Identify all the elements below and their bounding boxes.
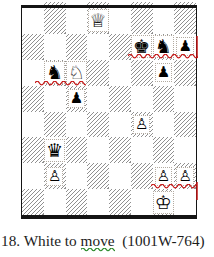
square-a5 xyxy=(22,86,44,112)
square-f2 xyxy=(131,163,153,189)
piece-white-queen: ♕ xyxy=(88,9,109,32)
square-g6: ♟ xyxy=(153,60,175,86)
square-f1 xyxy=(131,189,153,215)
square-e7 xyxy=(109,34,131,60)
piece-white-knight: ♘ xyxy=(66,61,87,84)
square-c4 xyxy=(66,112,88,138)
square-d5 xyxy=(87,86,109,112)
chess-diagram: ♕♚♞♟♞♘♟♟♙♛♙♙♙♔ 18. White to move (1001W-… xyxy=(0,0,214,257)
red-mark xyxy=(196,182,198,200)
square-c1 xyxy=(66,189,88,215)
square-c5: ♟ xyxy=(66,86,88,112)
square-d7 xyxy=(87,34,109,60)
square-e5 xyxy=(109,86,131,112)
chess-board: ♕♚♞♟♞♘♟♟♙♛♙♙♙♔ xyxy=(21,5,197,219)
square-b7 xyxy=(44,34,66,60)
square-c3 xyxy=(66,137,88,163)
square-d6 xyxy=(87,60,109,86)
square-b3: ♛ xyxy=(44,137,66,163)
square-g2: ♙ xyxy=(153,163,175,189)
square-a6 xyxy=(22,60,44,86)
square-d8: ♕ xyxy=(87,8,109,34)
square-f6 xyxy=(131,60,153,86)
piece-black-knight: ♞ xyxy=(153,35,174,58)
square-e4 xyxy=(109,112,131,138)
square-e1 xyxy=(109,189,131,215)
piece-black-knight: ♞ xyxy=(44,61,65,84)
square-d1 xyxy=(87,189,109,215)
square-a3 xyxy=(22,137,44,163)
square-g1: ♔ xyxy=(153,189,175,215)
piece-white-pawn: ♙ xyxy=(46,167,63,186)
square-h2: ♙ xyxy=(174,163,196,189)
piece-black-pawn: ♟ xyxy=(176,37,193,56)
square-a1 xyxy=(22,189,44,215)
square-c8 xyxy=(66,8,88,34)
caption-text: 18. White to xyxy=(1,232,81,249)
square-f5 xyxy=(131,86,153,112)
square-c2 xyxy=(66,163,88,189)
square-a7 xyxy=(22,34,44,60)
square-b2: ♙ xyxy=(44,163,66,189)
square-a2 xyxy=(22,163,44,189)
square-h3 xyxy=(174,137,196,163)
square-f3 xyxy=(131,137,153,163)
square-b1 xyxy=(44,189,66,215)
square-b6: ♞ xyxy=(44,60,66,86)
square-c6: ♘ xyxy=(66,60,88,86)
square-a8 xyxy=(22,8,44,34)
piece-black-king: ♚ xyxy=(131,35,152,58)
square-g8 xyxy=(153,8,175,34)
square-h5 xyxy=(174,86,196,112)
square-d3 xyxy=(87,137,109,163)
piece-white-pawn: ♙ xyxy=(133,115,150,134)
caption-id-text: (1001W-764) xyxy=(115,232,205,249)
caption-word-text: move xyxy=(81,232,115,249)
square-d4 xyxy=(87,112,109,138)
piece-white-pawn: ♙ xyxy=(155,167,172,186)
square-a4 xyxy=(22,112,44,138)
square-h8 xyxy=(174,8,196,34)
square-g5 xyxy=(153,86,175,112)
square-h1 xyxy=(174,189,196,215)
square-h4 xyxy=(174,112,196,138)
square-h7: ♟ xyxy=(174,34,196,60)
square-b5 xyxy=(44,86,66,112)
caption-underlined-word: move xyxy=(81,231,115,250)
square-b8 xyxy=(44,8,66,34)
piece-black-pawn: ♟ xyxy=(68,89,85,108)
square-c7 xyxy=(66,34,88,60)
piece-black-queen: ♛ xyxy=(44,139,65,162)
red-mark xyxy=(196,36,198,58)
caption: 18. White to move (1001W-764) xyxy=(1,231,213,250)
piece-black-pawn: ♟ xyxy=(155,63,172,82)
square-e3 xyxy=(109,137,131,163)
square-e2 xyxy=(109,163,131,189)
square-h6 xyxy=(174,60,196,86)
square-f4: ♙ xyxy=(131,112,153,138)
piece-white-pawn: ♙ xyxy=(176,167,193,186)
square-g4 xyxy=(153,112,175,138)
square-d2 xyxy=(87,163,109,189)
square-b4 xyxy=(44,112,66,138)
piece-white-king: ♔ xyxy=(153,191,174,214)
square-f8 xyxy=(131,8,153,34)
square-e6 xyxy=(109,60,131,86)
square-g3 xyxy=(153,137,175,163)
square-f7: ♚ xyxy=(131,34,153,60)
square-e8 xyxy=(109,8,131,34)
square-g7: ♞ xyxy=(153,34,175,60)
